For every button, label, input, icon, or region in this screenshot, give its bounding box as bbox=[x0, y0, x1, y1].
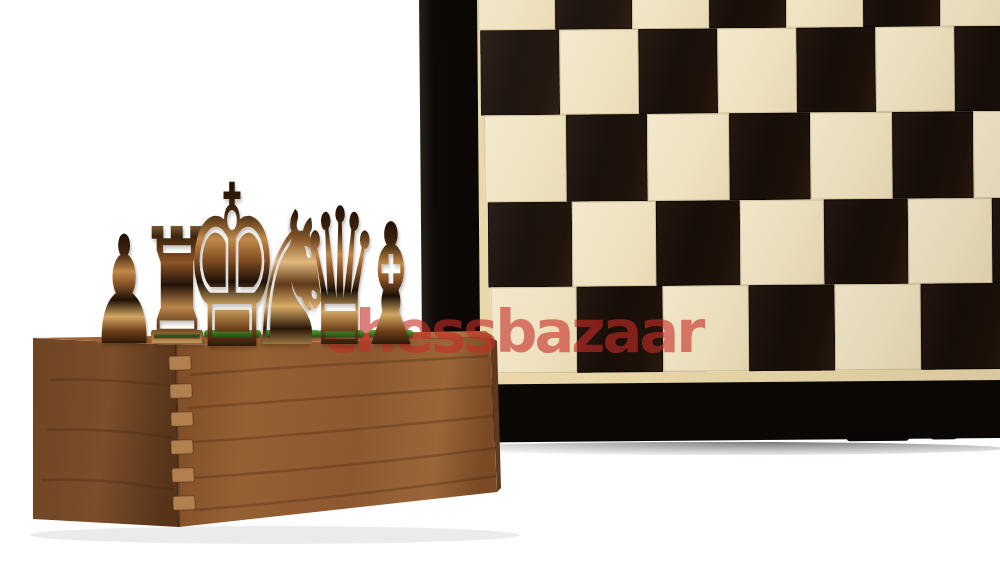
board-square-dark bbox=[892, 111, 974, 199]
board-square-light bbox=[835, 284, 922, 371]
bishop-piece: ♝ bbox=[353, 202, 428, 370]
board-square-dark bbox=[921, 283, 1000, 370]
board-square-light bbox=[478, 0, 556, 30]
board-square-dark bbox=[709, 0, 787, 28]
board-row bbox=[488, 197, 1000, 287]
board-square-light bbox=[717, 28, 797, 114]
board-square-light bbox=[810, 112, 892, 200]
board-square-light bbox=[908, 198, 993, 284]
board-square-light bbox=[484, 115, 566, 203]
board-square-light bbox=[740, 199, 825, 285]
board-square-dark bbox=[863, 0, 941, 27]
product-photo: { "game": "chess", "position": "8/8/8/8/… bbox=[0, 0, 1000, 562]
board-square-light bbox=[786, 0, 864, 28]
board-square-dark bbox=[638, 28, 718, 114]
board-square-dark bbox=[566, 114, 648, 202]
board-square-light bbox=[632, 0, 710, 29]
board-square-light bbox=[973, 110, 1000, 198]
board-row bbox=[484, 110, 1000, 202]
board-square-light bbox=[875, 26, 955, 112]
board-square-dark bbox=[555, 0, 633, 30]
board-foot bbox=[931, 431, 957, 439]
board-square-dark bbox=[656, 200, 741, 286]
board-square-dark bbox=[480, 30, 560, 116]
box-shadow bbox=[30, 526, 520, 544]
board-square-dark bbox=[796, 27, 876, 113]
board-square-dark bbox=[488, 202, 573, 288]
board-square-light bbox=[647, 113, 729, 201]
board-square-light bbox=[572, 201, 657, 287]
board-square-light bbox=[940, 0, 1000, 26]
board-square-dark bbox=[954, 26, 1000, 112]
board-square-dark bbox=[992, 197, 1000, 283]
board-square-light bbox=[559, 29, 639, 115]
board-square-dark bbox=[749, 284, 836, 371]
board-row bbox=[480, 26, 1000, 116]
board-square-dark bbox=[824, 199, 909, 285]
board-foot bbox=[847, 432, 909, 442]
board-square-dark bbox=[729, 113, 811, 201]
